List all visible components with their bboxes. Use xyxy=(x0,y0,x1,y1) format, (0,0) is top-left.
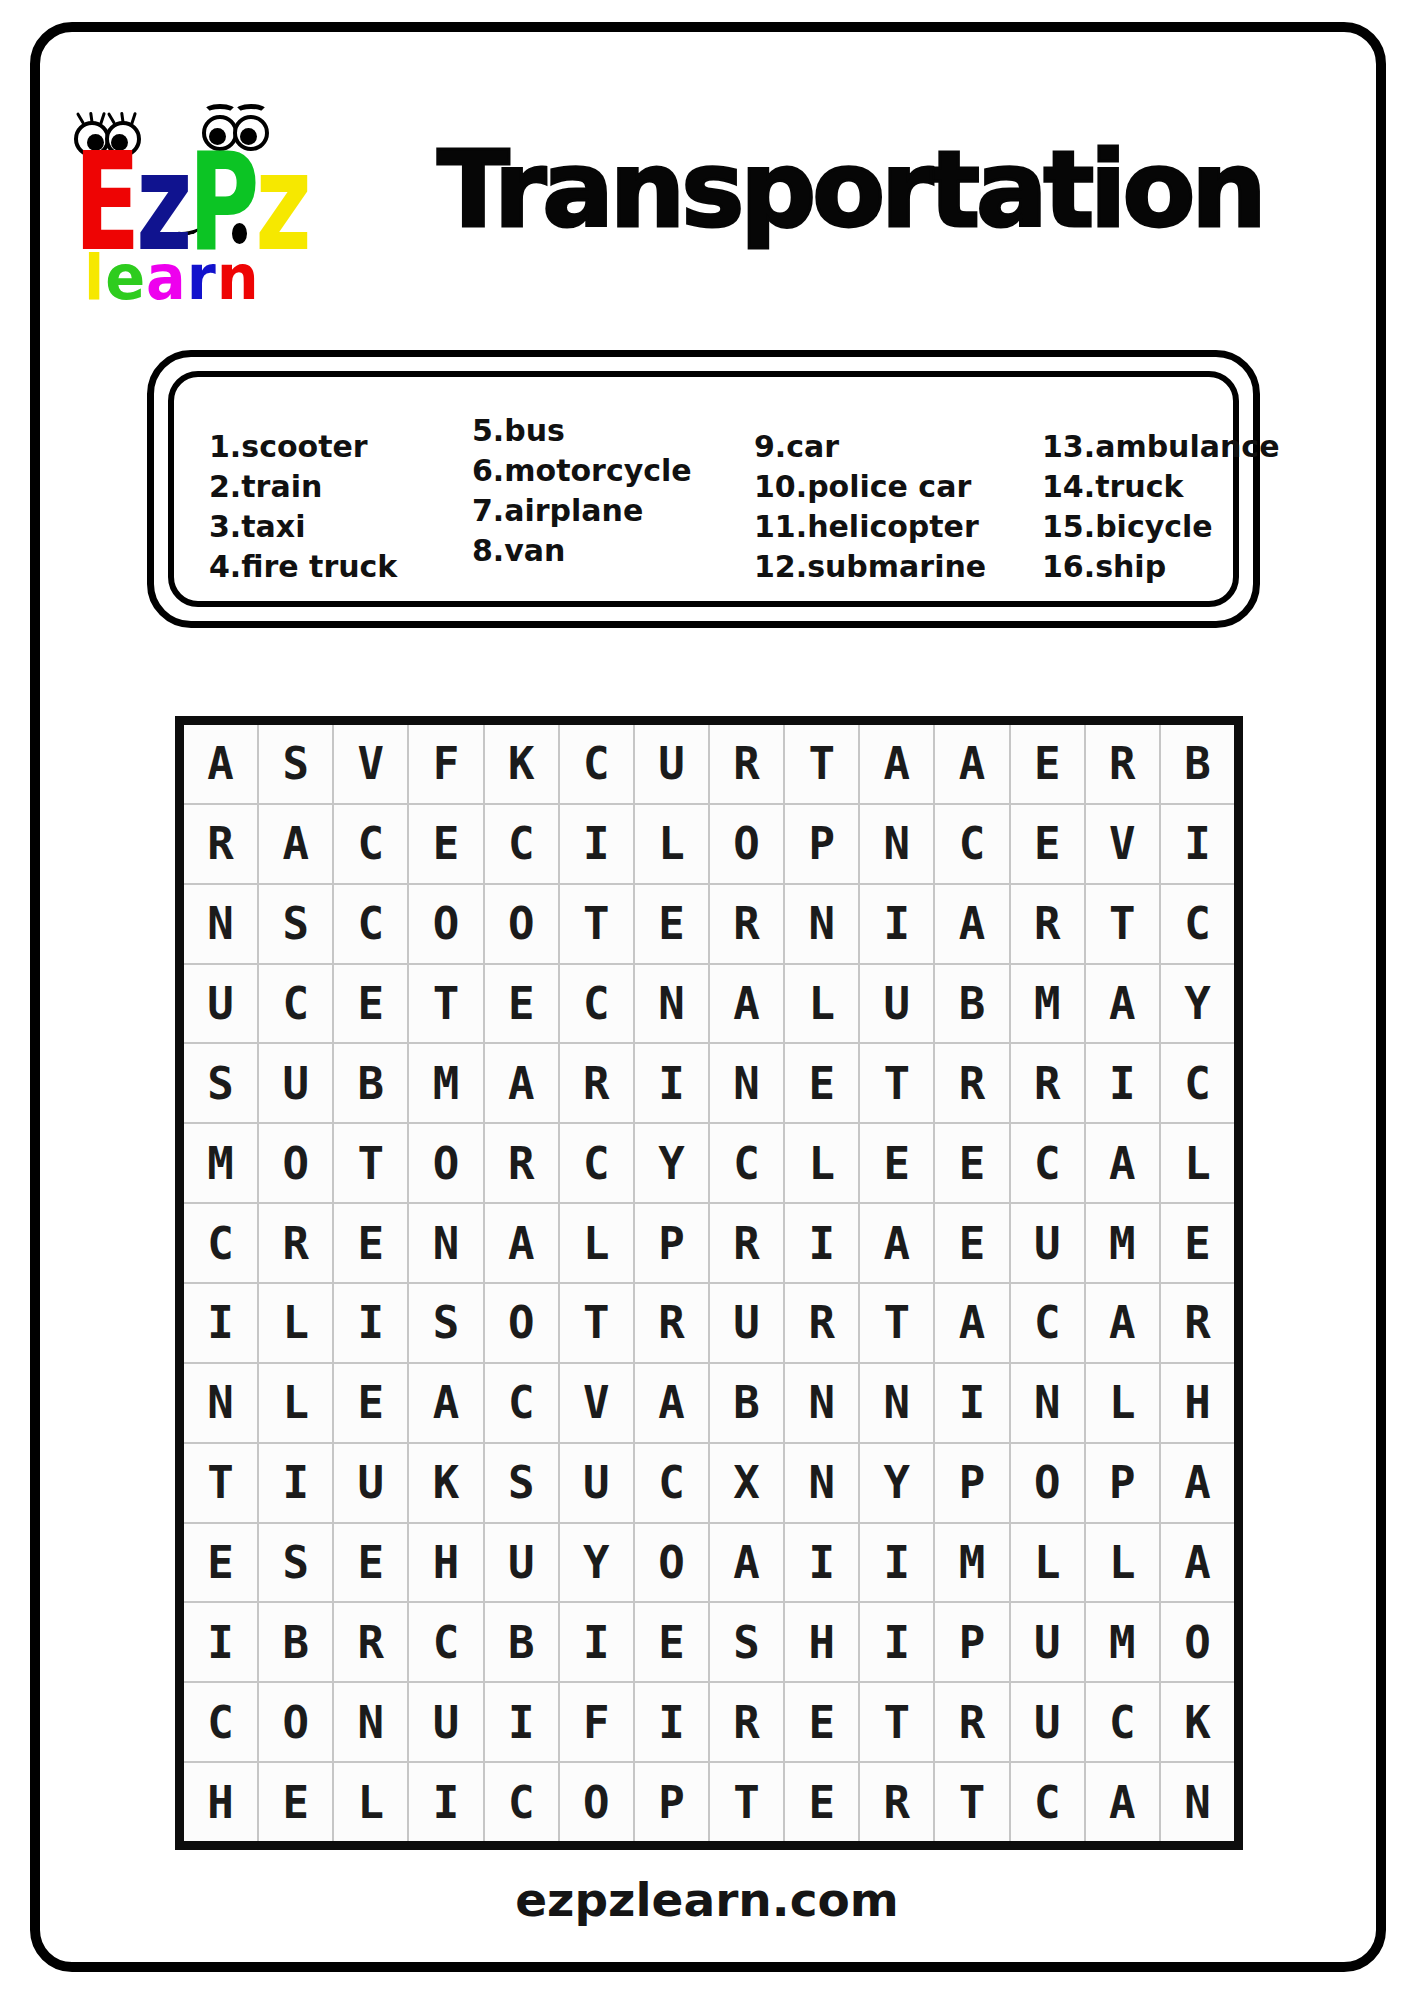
grid-cell: C xyxy=(184,1204,257,1282)
word-list-item: 7.airplane xyxy=(472,495,692,535)
grid-cell: R xyxy=(485,1124,558,1202)
grid-cell: R xyxy=(334,1603,407,1681)
grid-cell: I xyxy=(560,805,633,883)
logo-letter: a xyxy=(146,241,187,314)
grid-cell: C xyxy=(560,1124,633,1202)
grid-cell: E xyxy=(409,805,482,883)
grid-cell: R xyxy=(184,805,257,883)
word-list-column: 5.bus6.motorcycle7.airplane8.van xyxy=(472,415,692,575)
word-list-item: 10.police car xyxy=(754,471,986,511)
grid-cell: C xyxy=(710,1124,783,1202)
word-list-item: 1.scooter xyxy=(209,431,397,471)
grid-cell: I xyxy=(635,1044,708,1122)
grid-cell: C xyxy=(935,805,1008,883)
grid-cell: A xyxy=(935,725,1008,803)
grid-cell: O xyxy=(560,1763,633,1841)
grid-cell: V xyxy=(560,1364,633,1442)
grid-cell: N xyxy=(860,805,933,883)
grid-cell: E xyxy=(860,1124,933,1202)
grid-cell: C xyxy=(485,805,558,883)
grid-cell: T xyxy=(1086,885,1159,963)
grid-cell: E xyxy=(785,1044,858,1122)
grid-cell: P xyxy=(1086,1444,1159,1522)
grid-cell: C xyxy=(259,965,332,1043)
grid-cell: M xyxy=(1011,965,1084,1043)
grid-cell: I xyxy=(635,1683,708,1761)
grid-cell: U xyxy=(184,965,257,1043)
grid-cell: E xyxy=(184,1524,257,1602)
word-list-item: 14.truck xyxy=(1042,471,1280,511)
grid-cell: R xyxy=(560,1044,633,1122)
word-list-item: 6.motorcycle xyxy=(472,455,692,495)
grid-cell: A xyxy=(1086,1124,1159,1202)
grid-cell: A xyxy=(860,1204,933,1282)
grid-cell: N xyxy=(1011,1364,1084,1442)
grid-cell: T xyxy=(935,1763,1008,1841)
grid-cell: A xyxy=(184,725,257,803)
grid-cell: N xyxy=(184,885,257,963)
word-list-column: 9.car10.police car11.helicopter12.submar… xyxy=(754,431,986,591)
grid-cell: C xyxy=(334,805,407,883)
grid-cell: B xyxy=(710,1364,783,1442)
grid-cell: L xyxy=(1086,1524,1159,1602)
word-list-box: 1.scooter2.train3.taxi4.fire truck5.bus6… xyxy=(147,350,1260,628)
grid-cell: O xyxy=(485,885,558,963)
grid-cell: T xyxy=(409,965,482,1043)
grid-cell: T xyxy=(710,1763,783,1841)
grid-cell: N xyxy=(334,1683,407,1761)
grid-cell: C xyxy=(485,1364,558,1442)
word-list-item: 13.ambulance xyxy=(1042,431,1280,471)
word-list-column: 1.scooter2.train3.taxi4.fire truck xyxy=(209,431,397,591)
grid-cell: B xyxy=(485,1603,558,1681)
grid-cell: U xyxy=(1011,1603,1084,1681)
grid-cell: K xyxy=(409,1444,482,1522)
grid-cell: B xyxy=(1161,725,1234,803)
grid-cell: Y xyxy=(1161,965,1234,1043)
grid-cell: L xyxy=(1011,1524,1084,1602)
grid-cell: N xyxy=(710,1044,783,1122)
grid-cell: Y xyxy=(860,1444,933,1522)
grid-cell: R xyxy=(259,1204,332,1282)
grid-cell: I xyxy=(560,1603,633,1681)
grid-cell: O xyxy=(259,1124,332,1202)
grid-cell: T xyxy=(184,1444,257,1522)
grid-cell: R xyxy=(710,885,783,963)
grid-cell: I xyxy=(184,1603,257,1681)
grid-cell: E xyxy=(635,885,708,963)
logo-letter: e xyxy=(105,241,146,314)
grid-cell: A xyxy=(485,1204,558,1282)
grid-cell: C xyxy=(1011,1284,1084,1362)
word-list-item: 4.fire truck xyxy=(209,551,397,591)
grid-cell: A xyxy=(935,1284,1008,1362)
grid-cell: I xyxy=(860,1524,933,1602)
grid-cell: N xyxy=(184,1364,257,1442)
grid-cell: P xyxy=(935,1444,1008,1522)
grid-cell: I xyxy=(860,885,933,963)
grid-cell: O xyxy=(710,805,783,883)
grid-cell: F xyxy=(560,1683,633,1761)
grid-cell: O xyxy=(485,1284,558,1362)
worksheet-page: EzPz learn Transportation 1.scooter2.tra… xyxy=(0,0,1414,2000)
logo-letter: n xyxy=(217,241,260,314)
grid-cell: M xyxy=(1086,1603,1159,1681)
grid-cell: R xyxy=(710,1204,783,1282)
word-search-grid: ASVFKCURTAAERBRACECILOPNCEVINSCOOTERNIAR… xyxy=(175,716,1243,1850)
grid-cell: A xyxy=(710,965,783,1043)
grid-cell: C xyxy=(1011,1124,1084,1202)
grid-cell: S xyxy=(710,1603,783,1681)
word-list-item: 9.car xyxy=(754,431,986,471)
word-list-item: 3.taxi xyxy=(209,511,397,551)
logo-bottom-row: learn xyxy=(84,247,260,309)
grid-cell: M xyxy=(184,1124,257,1202)
grid-cell: A xyxy=(1161,1524,1234,1602)
grid-cell: L xyxy=(334,1763,407,1841)
grid-cell: P xyxy=(635,1763,708,1841)
grid-cell: V xyxy=(334,725,407,803)
grid-cell: R xyxy=(785,1284,858,1362)
grid-cell: N xyxy=(1161,1763,1234,1841)
grid-cell: O xyxy=(1011,1444,1084,1522)
grid-cell: P xyxy=(635,1204,708,1282)
word-list-item: 16.ship xyxy=(1042,551,1280,591)
grid-cell: O xyxy=(259,1683,332,1761)
grid-cell: E xyxy=(334,965,407,1043)
grid-cell: A xyxy=(259,805,332,883)
grid-cell: L xyxy=(1086,1364,1159,1442)
grid-cell: I xyxy=(1161,805,1234,883)
grid-cell: E xyxy=(1011,725,1084,803)
grid-cell: R xyxy=(1161,1284,1234,1362)
grid-cell: H xyxy=(785,1603,858,1681)
grid-cell: C xyxy=(334,885,407,963)
grid-cell: R xyxy=(1086,725,1159,803)
grid-cell: A xyxy=(1086,1763,1159,1841)
grid-cell: L xyxy=(560,1204,633,1282)
grid-cell: N xyxy=(860,1364,933,1442)
word-list-column: 13.ambulance14.truck15.bicycle16.ship xyxy=(1042,431,1280,591)
grid-cell: M xyxy=(935,1524,1008,1602)
grid-cell: C xyxy=(1086,1683,1159,1761)
grid-cell: U xyxy=(1011,1683,1084,1761)
word-list-item: 5.bus xyxy=(472,415,692,455)
grid-cell: R xyxy=(710,725,783,803)
grid-cell: T xyxy=(860,1044,933,1122)
grid-cell: S xyxy=(259,725,332,803)
grid-cell: N xyxy=(785,1444,858,1522)
logo-letter: z xyxy=(255,124,307,281)
word-list-item: 12.submarine xyxy=(754,551,986,591)
grid-cell: T xyxy=(560,1284,633,1362)
grid-cell: R xyxy=(1011,1044,1084,1122)
grid-cell: U xyxy=(409,1683,482,1761)
grid-cell: M xyxy=(1086,1204,1159,1282)
grid-cell: I xyxy=(334,1284,407,1362)
grid-cell: A xyxy=(409,1364,482,1442)
grid-cell: L xyxy=(635,805,708,883)
grid-cell: L xyxy=(259,1364,332,1442)
grid-cell: A xyxy=(1161,1444,1234,1522)
grid-cell: S xyxy=(259,885,332,963)
logo-letter: r xyxy=(187,241,217,314)
grid-cell: I xyxy=(785,1204,858,1282)
grid-cell: A xyxy=(860,725,933,803)
grid-cell: C xyxy=(1161,885,1234,963)
grid-cell: B xyxy=(935,965,1008,1043)
grid-cell: T xyxy=(560,885,633,963)
grid-cell: L xyxy=(259,1284,332,1362)
grid-cell: F xyxy=(409,725,482,803)
grid-cell: C xyxy=(635,1444,708,1522)
grid-cell: C xyxy=(485,1763,558,1841)
grid-cell: U xyxy=(560,1444,633,1522)
grid-cell: Y xyxy=(560,1524,633,1602)
grid-cell: S xyxy=(184,1044,257,1122)
grid-cell: E xyxy=(1011,805,1084,883)
grid-cell: R xyxy=(635,1284,708,1362)
grid-cell: T xyxy=(334,1124,407,1202)
grid-cell: E xyxy=(334,1364,407,1442)
grid-cell: R xyxy=(935,1044,1008,1122)
grid-cell: R xyxy=(710,1683,783,1761)
grid-cell: O xyxy=(409,1124,482,1202)
word-list-item: 11.helicopter xyxy=(754,511,986,551)
grid-cell: R xyxy=(860,1763,933,1841)
grid-cell: C xyxy=(1161,1044,1234,1122)
grid-cell: H xyxy=(409,1524,482,1602)
logo-letter: l xyxy=(84,241,105,314)
grid-cell: X xyxy=(710,1444,783,1522)
grid-cell: M xyxy=(409,1044,482,1122)
grid-cell: H xyxy=(184,1763,257,1841)
grid-cell: E xyxy=(935,1204,1008,1282)
grid-cell: I xyxy=(259,1444,332,1522)
grid-cell: I xyxy=(860,1603,933,1681)
grid-cell: I xyxy=(785,1524,858,1602)
grid-cell: T xyxy=(785,725,858,803)
grid-cell: E xyxy=(1161,1204,1234,1282)
grid-cell: H xyxy=(1161,1364,1234,1442)
grid-cell: U xyxy=(860,965,933,1043)
grid-cell: C xyxy=(560,965,633,1043)
grid-cell: O xyxy=(635,1524,708,1602)
grid-cell: U xyxy=(334,1444,407,1522)
grid-cell: T xyxy=(860,1683,933,1761)
grid-cell: L xyxy=(785,965,858,1043)
grid-cell: I xyxy=(1086,1044,1159,1122)
grid-cell: I xyxy=(485,1683,558,1761)
grid-cell: Y xyxy=(635,1124,708,1202)
grid-cell: A xyxy=(935,885,1008,963)
grid-cell: B xyxy=(259,1603,332,1681)
grid-cell: E xyxy=(485,965,558,1043)
grid-cell: E xyxy=(334,1524,407,1602)
grid-cell: E xyxy=(785,1763,858,1841)
grid-cell: U xyxy=(259,1044,332,1122)
grid-cell: N xyxy=(785,885,858,963)
grid-cell: S xyxy=(409,1284,482,1362)
word-list-item: 15.bicycle xyxy=(1042,511,1280,551)
grid-cell: C xyxy=(409,1603,482,1681)
grid-cell: O xyxy=(409,885,482,963)
page-title: Transportation xyxy=(345,118,1355,261)
grid-cell: A xyxy=(1086,965,1159,1043)
word-list-item: 2.train xyxy=(209,471,397,511)
grid-cell: I xyxy=(935,1364,1008,1442)
grid-cell: L xyxy=(785,1124,858,1202)
footer-url: ezpzlearn.com xyxy=(0,1872,1414,1927)
grid-cell: I xyxy=(184,1284,257,1362)
grid-cell: C xyxy=(560,725,633,803)
grid-cell: P xyxy=(935,1603,1008,1681)
grid-cell: P xyxy=(785,805,858,883)
grid-cell: K xyxy=(485,725,558,803)
ezpz-logo: EzPz learn xyxy=(60,95,350,330)
grid-cell: U xyxy=(710,1284,783,1362)
grid-cell: R xyxy=(935,1683,1008,1761)
grid-cell: I xyxy=(409,1763,482,1841)
grid-cell: U xyxy=(635,725,708,803)
grid-cell: C xyxy=(1011,1763,1084,1841)
grid-cell: U xyxy=(1011,1204,1084,1282)
grid-cell: E xyxy=(334,1204,407,1282)
grid-cell: A xyxy=(485,1044,558,1122)
grid-cell: N xyxy=(785,1364,858,1442)
grid-cell: L xyxy=(1161,1124,1234,1202)
grid-cell: A xyxy=(710,1524,783,1602)
grid-cell: S xyxy=(485,1444,558,1522)
grid-cell: S xyxy=(259,1524,332,1602)
grid-cell: N xyxy=(635,965,708,1043)
grid-cell: V xyxy=(1086,805,1159,883)
grid-cell: A xyxy=(1086,1284,1159,1362)
grid-cell: E xyxy=(635,1603,708,1681)
grid-cell: K xyxy=(1161,1683,1234,1761)
grid-cell: A xyxy=(635,1364,708,1442)
grid-cell: B xyxy=(334,1044,407,1122)
grid-cell: E xyxy=(785,1683,858,1761)
grid-cell: N xyxy=(409,1204,482,1282)
grid-cell: E xyxy=(935,1124,1008,1202)
grid-cell: O xyxy=(1161,1603,1234,1681)
grid-cell: C xyxy=(184,1683,257,1761)
grid-cell: E xyxy=(259,1763,332,1841)
grid-cell: T xyxy=(860,1284,933,1362)
grid-cell: U xyxy=(485,1524,558,1602)
word-list-item: 8.van xyxy=(472,535,692,575)
grid-cell: R xyxy=(1011,885,1084,963)
